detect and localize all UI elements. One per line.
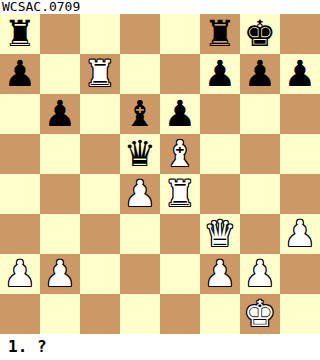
piece-wP-g2: ♟ xyxy=(244,254,276,294)
square-a7[interactable]: ♟ xyxy=(0,54,40,94)
square-e5[interactable]: ♝ xyxy=(160,134,200,174)
piece-bP-e6: ♟ xyxy=(164,94,196,134)
square-a6[interactable] xyxy=(0,94,40,134)
piece-wR-c7: ♜ xyxy=(84,54,116,94)
square-a5[interactable] xyxy=(0,134,40,174)
chess-puzzle-screen: WCSAC.0709 ♜♜♚♟♜♟♟♟♟♝♟♛♝♟♜♛♟♟♟♟♟♚ 1. ? xyxy=(0,0,320,360)
square-f3[interactable]: ♛ xyxy=(200,214,240,254)
square-f7[interactable]: ♟ xyxy=(200,54,240,94)
piece-bK-g8: ♚ xyxy=(244,14,276,54)
piece-wR-e4: ♜ xyxy=(164,174,196,214)
square-c7[interactable]: ♜ xyxy=(80,54,120,94)
square-d1[interactable] xyxy=(120,294,160,334)
square-f8[interactable]: ♜ xyxy=(200,14,240,54)
square-b2[interactable]: ♟ xyxy=(40,254,80,294)
piece-wP-h3: ♟ xyxy=(284,214,316,254)
square-e7[interactable] xyxy=(160,54,200,94)
square-g2[interactable]: ♟ xyxy=(240,254,280,294)
piece-bR-a8: ♜ xyxy=(4,14,36,54)
square-f6[interactable] xyxy=(200,94,240,134)
square-d5[interactable]: ♛ xyxy=(120,134,160,174)
piece-bP-f7: ♟ xyxy=(204,54,236,94)
square-h4[interactable] xyxy=(280,174,320,214)
square-h3[interactable]: ♟ xyxy=(280,214,320,254)
piece-wP-b2: ♟ xyxy=(44,254,76,294)
square-d4[interactable]: ♟ xyxy=(120,174,160,214)
square-b8[interactable] xyxy=(40,14,80,54)
square-a4[interactable] xyxy=(0,174,40,214)
piece-wP-a2: ♟ xyxy=(4,254,36,294)
header-strip: WCSAC.0709 xyxy=(0,0,320,14)
square-c8[interactable] xyxy=(80,14,120,54)
square-h6[interactable] xyxy=(280,94,320,134)
square-e1[interactable] xyxy=(160,294,200,334)
square-h2[interactable] xyxy=(280,254,320,294)
square-e8[interactable] xyxy=(160,14,200,54)
square-c2[interactable] xyxy=(80,254,120,294)
square-a1[interactable] xyxy=(0,294,40,334)
piece-bP-a7: ♟ xyxy=(4,54,36,94)
puzzle-id-label: WCSAC.0709 xyxy=(2,0,80,14)
piece-bR-f8: ♜ xyxy=(204,14,236,54)
square-e4[interactable]: ♜ xyxy=(160,174,200,214)
square-g8[interactable]: ♚ xyxy=(240,14,280,54)
piece-wK-g1: ♚ xyxy=(244,294,276,334)
square-h5[interactable] xyxy=(280,134,320,174)
square-a8[interactable]: ♜ xyxy=(0,14,40,54)
square-b6[interactable]: ♟ xyxy=(40,94,80,134)
square-h8[interactable] xyxy=(280,14,320,54)
square-e3[interactable] xyxy=(160,214,200,254)
piece-wP-d4: ♟ xyxy=(124,174,156,214)
square-a3[interactable] xyxy=(0,214,40,254)
square-f1[interactable] xyxy=(200,294,240,334)
piece-bP-h7: ♟ xyxy=(284,54,316,94)
square-b1[interactable] xyxy=(40,294,80,334)
square-g1[interactable]: ♚ xyxy=(240,294,280,334)
piece-bP-b6: ♟ xyxy=(44,94,76,134)
square-d2[interactable] xyxy=(120,254,160,294)
chess-board: ♜♜♚♟♜♟♟♟♟♝♟♛♝♟♜♛♟♟♟♟♟♚ xyxy=(0,14,320,334)
piece-bB-d6: ♝ xyxy=(124,94,156,134)
square-f2[interactable]: ♟ xyxy=(200,254,240,294)
square-h7[interactable]: ♟ xyxy=(280,54,320,94)
square-e2[interactable] xyxy=(160,254,200,294)
square-g6[interactable] xyxy=(240,94,280,134)
square-g4[interactable] xyxy=(240,174,280,214)
square-d6[interactable]: ♝ xyxy=(120,94,160,134)
square-d3[interactable] xyxy=(120,214,160,254)
piece-bP-g7: ♟ xyxy=(244,54,276,94)
square-d7[interactable] xyxy=(120,54,160,94)
square-c4[interactable] xyxy=(80,174,120,214)
square-d8[interactable] xyxy=(120,14,160,54)
square-b7[interactable] xyxy=(40,54,80,94)
square-f5[interactable] xyxy=(200,134,240,174)
piece-wP-f2: ♟ xyxy=(204,254,236,294)
square-g7[interactable]: ♟ xyxy=(240,54,280,94)
square-b5[interactable] xyxy=(40,134,80,174)
square-e6[interactable]: ♟ xyxy=(160,94,200,134)
square-h1[interactable] xyxy=(280,294,320,334)
move-prompt-label: 1. ? xyxy=(8,338,47,356)
square-b3[interactable] xyxy=(40,214,80,254)
square-c3[interactable] xyxy=(80,214,120,254)
square-f4[interactable] xyxy=(200,174,240,214)
square-g3[interactable] xyxy=(240,214,280,254)
piece-wB-e5: ♝ xyxy=(164,134,196,174)
square-b4[interactable] xyxy=(40,174,80,214)
footer-strip xyxy=(0,334,320,360)
square-g5[interactable] xyxy=(240,134,280,174)
square-c6[interactable] xyxy=(80,94,120,134)
piece-bQ-d5: ♛ xyxy=(124,134,156,174)
square-a2[interactable]: ♟ xyxy=(0,254,40,294)
piece-wQ-f3: ♛ xyxy=(204,214,236,254)
square-c1[interactable] xyxy=(80,294,120,334)
square-c5[interactable] xyxy=(80,134,120,174)
